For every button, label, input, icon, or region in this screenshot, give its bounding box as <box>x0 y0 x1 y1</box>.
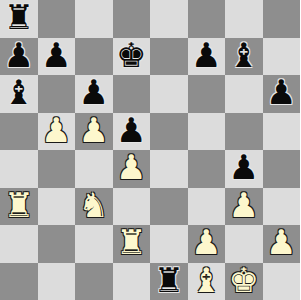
piece-white-pawn[interactable]: ♟ <box>266 225 296 262</box>
piece-white-pawn[interactable]: ♟ <box>191 225 221 262</box>
piece-black-pawn[interactable]: ♟ <box>116 113 146 150</box>
square-e6[interactable] <box>150 75 188 113</box>
square-f8[interactable] <box>188 0 226 38</box>
square-a7[interactable]: ♟ <box>0 38 38 76</box>
square-g8[interactable] <box>225 0 263 38</box>
square-g5[interactable] <box>225 113 263 151</box>
square-d7[interactable]: ♚ <box>113 38 151 76</box>
piece-black-pawn[interactable]: ♟ <box>41 38 71 75</box>
piece-white-rook[interactable]: ♜ <box>116 225 146 262</box>
square-h6[interactable]: ♟ <box>263 75 301 113</box>
chess-board-container: ♜♟♟♚♟♝♝♟♟♟♟♟♟♟♜♞♟♜♟♟♜♝♚ <box>0 0 300 300</box>
square-h2[interactable]: ♟ <box>263 225 301 263</box>
square-h3[interactable] <box>263 188 301 226</box>
square-f4[interactable] <box>188 150 226 188</box>
piece-black-pawn[interactable]: ♟ <box>4 38 34 75</box>
square-a3[interactable]: ♜ <box>0 188 38 226</box>
piece-white-king[interactable]: ♚ <box>229 263 259 300</box>
square-b7[interactable]: ♟ <box>38 38 76 76</box>
square-e4[interactable] <box>150 150 188 188</box>
square-c5[interactable]: ♟ <box>75 113 113 151</box>
piece-white-bishop[interactable]: ♝ <box>191 263 221 300</box>
square-c2[interactable] <box>75 225 113 263</box>
piece-white-rook[interactable]: ♜ <box>4 188 34 225</box>
square-e1[interactable]: ♜ <box>150 263 188 300</box>
square-f3[interactable] <box>188 188 226 226</box>
piece-black-rook[interactable]: ♜ <box>154 263 184 300</box>
square-d4[interactable]: ♟ <box>113 150 151 188</box>
piece-black-king[interactable]: ♚ <box>116 38 146 75</box>
piece-black-rook[interactable]: ♜ <box>4 0 34 37</box>
piece-white-knight[interactable]: ♞ <box>79 188 109 225</box>
square-d8[interactable] <box>113 0 151 38</box>
square-d6[interactable] <box>113 75 151 113</box>
square-d3[interactable] <box>113 188 151 226</box>
square-f1[interactable]: ♝ <box>188 263 226 300</box>
square-d5[interactable]: ♟ <box>113 113 151 151</box>
square-g3[interactable]: ♟ <box>225 188 263 226</box>
square-d1[interactable] <box>113 263 151 300</box>
square-h5[interactable] <box>263 113 301 151</box>
piece-white-pawn[interactable]: ♟ <box>41 113 71 150</box>
square-h8[interactable] <box>263 0 301 38</box>
square-f5[interactable] <box>188 113 226 151</box>
square-e8[interactable] <box>150 0 188 38</box>
square-d2[interactable]: ♜ <box>113 225 151 263</box>
square-a6[interactable]: ♝ <box>0 75 38 113</box>
square-g1[interactable]: ♚ <box>225 263 263 300</box>
square-b8[interactable] <box>38 0 76 38</box>
square-c6[interactable]: ♟ <box>75 75 113 113</box>
piece-black-bishop[interactable]: ♝ <box>229 38 259 75</box>
square-c8[interactable] <box>75 0 113 38</box>
square-b2[interactable] <box>38 225 76 263</box>
square-a5[interactable] <box>0 113 38 151</box>
piece-black-pawn[interactable]: ♟ <box>191 38 221 75</box>
square-g7[interactable]: ♝ <box>225 38 263 76</box>
square-f7[interactable]: ♟ <box>188 38 226 76</box>
square-b1[interactable] <box>38 263 76 300</box>
square-b4[interactable] <box>38 150 76 188</box>
square-a4[interactable] <box>0 150 38 188</box>
square-c1[interactable] <box>75 263 113 300</box>
piece-black-pawn[interactable]: ♟ <box>229 150 259 187</box>
square-h4[interactable] <box>263 150 301 188</box>
square-b6[interactable] <box>38 75 76 113</box>
square-e3[interactable] <box>150 188 188 226</box>
square-c3[interactable]: ♞ <box>75 188 113 226</box>
square-b5[interactable]: ♟ <box>38 113 76 151</box>
square-c4[interactable] <box>75 150 113 188</box>
square-f2[interactable]: ♟ <box>188 225 226 263</box>
square-f6[interactable] <box>188 75 226 113</box>
piece-black-pawn[interactable]: ♟ <box>79 75 109 112</box>
square-g2[interactable] <box>225 225 263 263</box>
square-a8[interactable]: ♜ <box>0 0 38 38</box>
square-a1[interactable] <box>0 263 38 300</box>
square-b3[interactable] <box>38 188 76 226</box>
piece-black-bishop[interactable]: ♝ <box>4 75 34 112</box>
square-h1[interactable] <box>263 263 301 300</box>
square-g6[interactable] <box>225 75 263 113</box>
piece-white-pawn[interactable]: ♟ <box>79 113 109 150</box>
piece-white-pawn[interactable]: ♟ <box>229 188 259 225</box>
square-g4[interactable]: ♟ <box>225 150 263 188</box>
square-e5[interactable] <box>150 113 188 151</box>
square-e2[interactable] <box>150 225 188 263</box>
piece-white-pawn[interactable]: ♟ <box>116 150 146 187</box>
square-e7[interactable] <box>150 38 188 76</box>
square-h7[interactable] <box>263 38 301 76</box>
piece-black-pawn[interactable]: ♟ <box>266 75 296 112</box>
square-c7[interactable] <box>75 38 113 76</box>
chess-board: ♜♟♟♚♟♝♝♟♟♟♟♟♟♟♜♞♟♜♟♟♜♝♚ <box>0 0 300 300</box>
square-a2[interactable] <box>0 225 38 263</box>
